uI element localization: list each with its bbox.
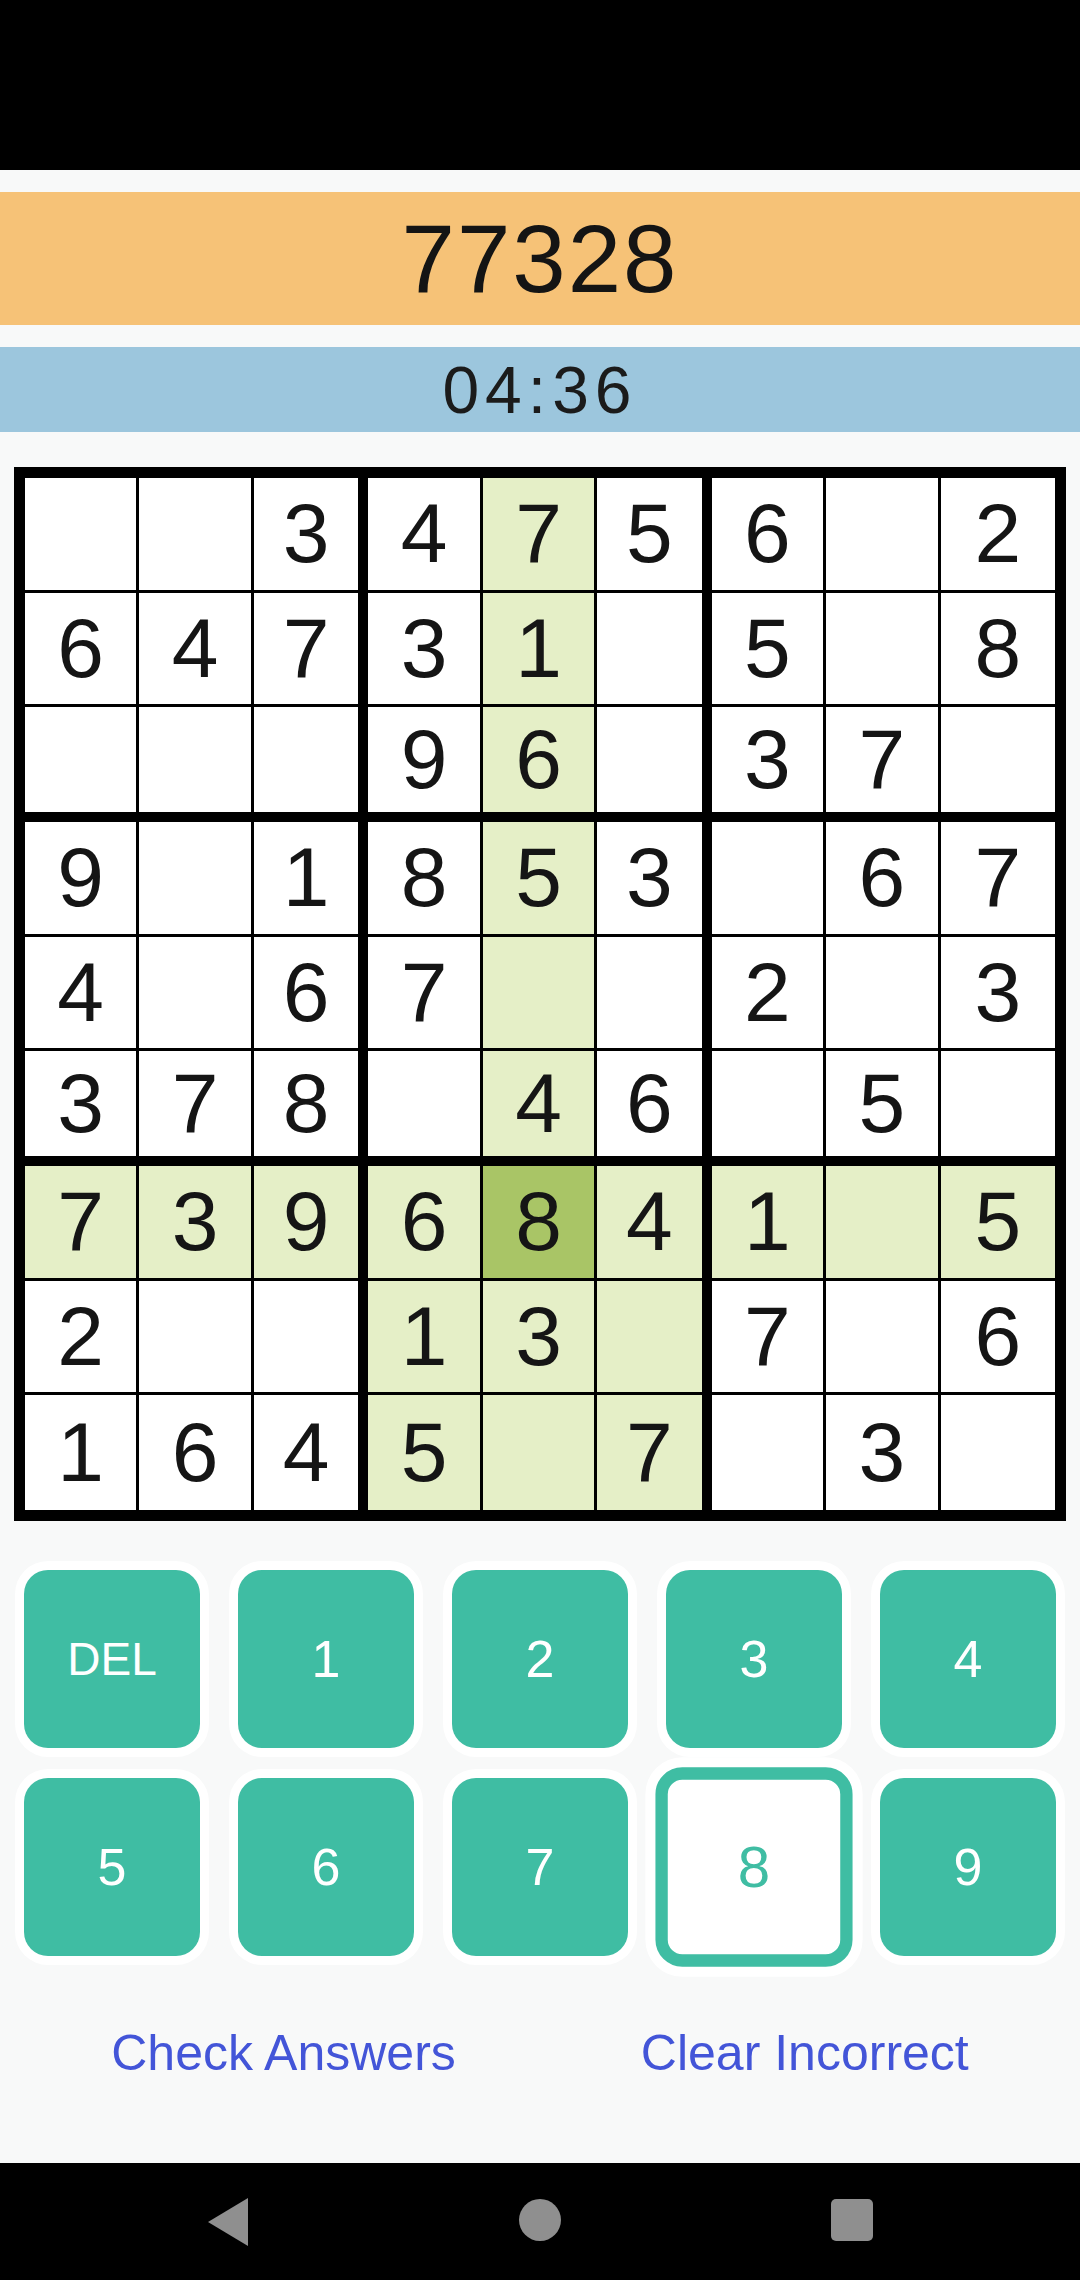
check-answers-button[interactable]: Check Answers (111, 2024, 456, 2082)
keypad-row-2: 5 6 7 8 9 (0, 1778, 1080, 1956)
cell-r7c6[interactable]: 4 (597, 1166, 711, 1281)
cell-r6c4[interactable] (368, 1051, 482, 1166)
phone-screen: 77328 04:36 3475626473158963791853674672… (0, 0, 1080, 2280)
cell-r5c7[interactable]: 2 (712, 937, 826, 1052)
key-3[interactable]: 3 (666, 1570, 842, 1748)
cell-r6c2[interactable]: 7 (139, 1051, 253, 1166)
cell-r8c7[interactable]: 7 (712, 1281, 826, 1396)
timer-value: 04:36 (442, 352, 637, 428)
cell-r2c5[interactable]: 1 (483, 593, 597, 708)
cell-r3c3[interactable] (254, 707, 368, 822)
cell-r5c1[interactable]: 4 (25, 937, 139, 1052)
key-2[interactable]: 2 (452, 1570, 628, 1748)
key-9[interactable]: 9 (880, 1778, 1056, 1956)
cell-r8c9[interactable]: 6 (941, 1281, 1055, 1396)
cell-r7c3[interactable]: 9 (254, 1166, 368, 1281)
cell-r6c5[interactable]: 4 (483, 1051, 597, 1166)
cell-r7c1[interactable]: 7 (25, 1166, 139, 1281)
key-4[interactable]: 4 (880, 1570, 1056, 1748)
cell-r9c1[interactable]: 1 (25, 1395, 139, 1510)
puzzle-number: 77328 (402, 204, 679, 314)
timer-bar: 04:36 (0, 347, 1080, 432)
cell-r5c9[interactable]: 3 (941, 937, 1055, 1052)
cell-r1c6[interactable]: 5 (597, 478, 711, 593)
cell-r4c2[interactable] (139, 822, 253, 937)
cell-r4c1[interactable]: 9 (25, 822, 139, 937)
cell-r1c7[interactable]: 6 (712, 478, 826, 593)
cell-r2c7[interactable]: 5 (712, 593, 826, 708)
cell-r9c8[interactable]: 3 (826, 1395, 940, 1510)
action-links: Check Answers Clear Incorrect (0, 2018, 1080, 2088)
cell-r1c1[interactable] (25, 478, 139, 593)
cell-r3c9[interactable] (941, 707, 1055, 822)
cell-r8c8[interactable] (826, 1281, 940, 1396)
key-1[interactable]: 1 (238, 1570, 414, 1748)
cell-r6c7[interactable] (712, 1051, 826, 1166)
cell-r6c8[interactable]: 5 (826, 1051, 940, 1166)
recents-icon[interactable] (831, 2199, 873, 2241)
cell-r6c9[interactable] (941, 1051, 1055, 1166)
cell-r8c4[interactable]: 1 (368, 1281, 482, 1396)
android-nav-bar (0, 2163, 1080, 2280)
cell-r3c8[interactable]: 7 (826, 707, 940, 822)
cell-r5c6[interactable] (597, 937, 711, 1052)
cell-r3c6[interactable] (597, 707, 711, 822)
sudoku-board: 3475626473158963791853674672337846573968… (14, 467, 1066, 1521)
cell-r2c3[interactable]: 7 (254, 593, 368, 708)
back-icon[interactable] (208, 2198, 248, 2246)
cell-r8c5[interactable]: 3 (483, 1281, 597, 1396)
cell-r3c4[interactable]: 9 (368, 707, 482, 822)
cell-r4c5[interactable]: 5 (483, 822, 597, 937)
cell-r7c4[interactable]: 6 (368, 1166, 482, 1281)
cell-r1c5[interactable]: 7 (483, 478, 597, 593)
cell-r3c1[interactable] (25, 707, 139, 822)
cell-r5c2[interactable] (139, 937, 253, 1052)
cell-r9c3[interactable]: 4 (254, 1395, 368, 1510)
cell-r2c2[interactable]: 4 (139, 593, 253, 708)
cell-r4c7[interactable] (712, 822, 826, 937)
cell-r9c6[interactable]: 7 (597, 1395, 711, 1510)
cell-r1c8[interactable] (826, 478, 940, 593)
cell-r8c2[interactable] (139, 1281, 253, 1396)
status-bar (0, 0, 1080, 170)
cell-r4c8[interactable]: 6 (826, 822, 940, 937)
cell-r3c5[interactable]: 6 (483, 707, 597, 822)
cell-r9c4[interactable]: 5 (368, 1395, 482, 1510)
cell-r9c7[interactable] (712, 1395, 826, 1510)
cell-r5c5[interactable] (483, 937, 597, 1052)
cell-r1c2[interactable] (139, 478, 253, 593)
key-6[interactable]: 6 (238, 1778, 414, 1956)
cell-r4c9[interactable]: 7 (941, 822, 1055, 937)
cell-r5c8[interactable] (826, 937, 940, 1052)
cell-r5c3[interactable]: 6 (254, 937, 368, 1052)
cell-r3c7[interactable]: 3 (712, 707, 826, 822)
cell-r2c9[interactable]: 8 (941, 593, 1055, 708)
cell-r7c9[interactable]: 5 (941, 1166, 1055, 1281)
cell-r7c2[interactable]: 3 (139, 1166, 253, 1281)
cell-r1c4[interactable]: 4 (368, 478, 482, 593)
cell-r6c6[interactable]: 6 (597, 1051, 711, 1166)
cell-r9c5[interactable] (483, 1395, 597, 1510)
keypad-row-1: DEL 1 2 3 4 (0, 1570, 1080, 1748)
cell-r7c7[interactable]: 1 (712, 1166, 826, 1281)
key-7[interactable]: 7 (452, 1778, 628, 1956)
cell-r1c3[interactable]: 3 (254, 478, 368, 593)
home-icon[interactable] (519, 2199, 561, 2241)
cell-r8c6[interactable] (597, 1281, 711, 1396)
cell-r4c3[interactable]: 1 (254, 822, 368, 937)
cell-r6c1[interactable]: 3 (25, 1051, 139, 1166)
cell-r2c6[interactable] (597, 593, 711, 708)
key-8[interactable]: 8 (655, 1767, 852, 1966)
cell-r7c5[interactable]: 8 (483, 1166, 597, 1281)
cell-r4c6[interactable]: 3 (597, 822, 711, 937)
clear-incorrect-button[interactable]: Clear Incorrect (641, 2024, 969, 2082)
cell-r9c2[interactable]: 6 (139, 1395, 253, 1510)
cell-r2c4[interactable]: 3 (368, 593, 482, 708)
cell-r4c4[interactable]: 8 (368, 822, 482, 937)
cell-r2c8[interactable] (826, 593, 940, 708)
cell-r2c1[interactable]: 6 (25, 593, 139, 708)
cell-r1c9[interactable]: 2 (941, 478, 1055, 593)
cell-r8c3[interactable] (254, 1281, 368, 1396)
cell-r3c2[interactable] (139, 707, 253, 822)
cell-r7c8[interactable] (826, 1166, 940, 1281)
cell-r5c4[interactable]: 7 (368, 937, 482, 1052)
key-5[interactable]: 5 (24, 1778, 200, 1956)
cell-r6c3[interactable]: 8 (254, 1051, 368, 1166)
cell-r8c1[interactable]: 2 (25, 1281, 139, 1396)
cell-r9c9[interactable] (941, 1395, 1055, 1510)
puzzle-number-banner: 77328 (0, 192, 1080, 325)
key-del[interactable]: DEL (24, 1570, 200, 1748)
